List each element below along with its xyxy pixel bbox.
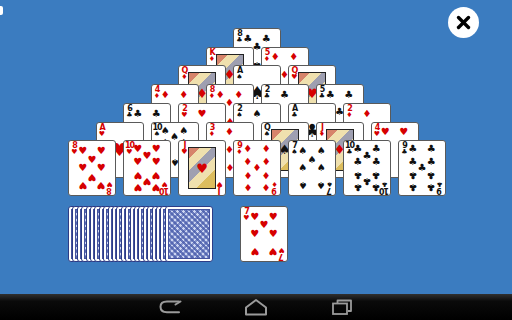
pip-C: ♣ — [353, 157, 362, 167]
pip-D: ♦ — [225, 127, 234, 137]
pip-C: ♣ — [408, 144, 417, 154]
pip-C: ♣ — [408, 157, 417, 167]
card-corner: 10♥ — [160, 180, 169, 194]
pip-D: ♦ — [243, 144, 252, 154]
pip-S: ♠ — [317, 146, 326, 156]
pip-H: ♥ — [152, 144, 161, 154]
pip-S: ♠ — [253, 109, 262, 119]
card-9D[interactable]: 9♦9♦♦♦♦♦♦♦♦♦♦ — [233, 140, 281, 196]
pip-C: ♣ — [372, 157, 381, 167]
card-corner: A♥ — [98, 124, 107, 138]
pip-H: ♥ — [269, 212, 278, 222]
pip-S: ♠ — [298, 163, 307, 173]
card-corner: 7♥ — [277, 246, 286, 260]
card-10C[interactable]: 10♣10♣♣♣♣♣♣♣♣♣♣♣ — [343, 140, 391, 196]
pip-H: ♥ — [250, 246, 259, 256]
pip-C: ♣ — [427, 182, 436, 192]
pip-D: ♦ — [363, 109, 372, 119]
pip-S: ♠ — [179, 126, 188, 136]
card-7S[interactable]: 7♠7♠♠♠♠♠♠♠♠ — [288, 140, 336, 196]
pip-C: ♣ — [427, 157, 436, 167]
card-corner: J♥ — [215, 180, 224, 194]
card-9C[interactable]: 9♣9♣♣♣♣♣♣♣♣♣♣ — [398, 140, 446, 196]
pip-C: ♣ — [427, 170, 436, 180]
pip-D: ♦ — [289, 52, 298, 62]
pip-H: ♥ — [381, 127, 390, 137]
pip-H: ♥ — [88, 172, 97, 182]
pip-S: ♠ — [317, 180, 326, 190]
pip-H: ♥ — [78, 163, 87, 173]
pip-C: ♣ — [408, 170, 417, 180]
pip-D: ♦ — [243, 170, 252, 180]
pip-D: ♦ — [262, 144, 271, 154]
pip-H: ♥ — [133, 182, 142, 192]
pip-C: ♣ — [262, 34, 271, 44]
recents-icon — [331, 298, 353, 316]
pip-C: ♣ — [418, 163, 427, 173]
face-card-art: ♥ — [188, 147, 216, 189]
pip-C: ♣ — [372, 144, 381, 154]
card-corner: 3♦ — [208, 124, 217, 138]
pip-S: ♠ — [317, 163, 326, 173]
card-corner: A♣ — [290, 105, 299, 119]
card-back-pattern — [168, 209, 210, 259]
card-7H[interactable]: 7♥7♥♥♥♥♥♥♥♥ — [240, 206, 288, 262]
pip-C: ♣ — [280, 90, 289, 100]
close-button[interactable] — [448, 7, 479, 38]
android-navbar — [0, 294, 512, 320]
pip-H: ♥ — [260, 220, 269, 230]
pip-H: ♥ — [269, 246, 278, 256]
pip-H: ♥ — [97, 146, 106, 156]
pip-D: ♦ — [253, 163, 262, 173]
pip-H: ♥ — [88, 155, 97, 165]
pip-S: ♠ — [308, 155, 317, 165]
card-corner: 2♥ — [180, 105, 189, 119]
pip-H: ♥ — [143, 151, 152, 161]
pip-D: ♦ — [243, 182, 252, 192]
pip-H: ♥ — [133, 144, 142, 154]
pip-D: ♦ — [234, 90, 243, 100]
pip-D: ♦ — [161, 90, 170, 100]
pip-C: ♣ — [363, 151, 372, 161]
pip-H: ♥ — [97, 163, 106, 173]
status-notification-dot — [0, 6, 3, 15]
pip-H: ♥ — [399, 127, 408, 137]
pip-D: ♦ — [262, 170, 271, 180]
pip-H: ♥ — [152, 182, 161, 192]
pip-C: ♣ — [344, 90, 353, 100]
pip-H: ♥ — [97, 180, 106, 190]
card-corner: 2♠ — [235, 105, 244, 119]
pip-H: ♥ — [152, 170, 161, 180]
pip-S: ♠ — [161, 126, 170, 136]
stock-card-back[interactable] — [165, 206, 213, 262]
game-table: 8♣8♣♣♣♣♣♣♣♣♣K♦K♦♦5♦5♦♦♦♦♦♦Q♦Q♦♦A♠A♠♠Q♥Q♥… — [0, 0, 512, 320]
pip-H: ♥ — [78, 146, 87, 156]
home-icon — [243, 298, 269, 316]
card-10H[interactable]: 10♥10♥♥♥♥♥♥♥♥♥♥♥ — [123, 140, 171, 196]
pip-H: ♥ — [198, 109, 207, 119]
pip-C: ♣ — [326, 90, 335, 100]
back-icon — [158, 298, 182, 316]
card-corner: 2♣ — [263, 86, 272, 100]
pip-C: ♣ — [372, 182, 381, 192]
pip-D: ♦ — [271, 52, 280, 62]
card-corner: 7♠ — [325, 180, 334, 194]
pip-C: ♣ — [152, 109, 161, 119]
pip-D: ♦ — [262, 157, 271, 167]
pip-H: ♥ — [143, 176, 152, 186]
nav-home-button[interactable] — [243, 296, 269, 318]
card-corner: 8♥ — [105, 180, 114, 194]
pip-C: ♣ — [353, 182, 362, 192]
pip-H: ♥ — [250, 212, 259, 222]
pip-C: ♣ — [353, 170, 362, 180]
pip-S: ♠ — [298, 146, 307, 156]
pip-C: ♣ — [133, 109, 142, 119]
pip-H: ♥ — [250, 229, 259, 239]
pip-D: ♦ — [262, 182, 271, 192]
pip-D: ♦ — [179, 90, 188, 100]
pip-C: ♣ — [427, 144, 436, 154]
pip-C: ♣ — [363, 176, 372, 186]
pip-H: ♥ — [78, 180, 87, 190]
card-corner: 2♦ — [345, 105, 354, 119]
pip-D: ♦ — [216, 90, 225, 100]
nav-back-button[interactable] — [157, 296, 183, 318]
card-corner: 10♣ — [380, 180, 389, 194]
pip-H: ♥ — [152, 157, 161, 167]
card-corner: 9♣ — [435, 180, 444, 194]
pip-C: ♣ — [408, 182, 417, 192]
card-corner: 9♦ — [270, 180, 279, 194]
pip-S: ♠ — [298, 180, 307, 190]
card-8H[interactable]: 8♥8♥♥♥♥♥♥♥♥♥ — [68, 140, 116, 196]
pip-C: ♣ — [353, 144, 362, 154]
pip-H: ♥ — [133, 170, 142, 180]
pip-H: ♥ — [133, 157, 142, 167]
pip-H: ♥ — [269, 229, 278, 239]
pip-C: ♣ — [372, 170, 381, 180]
close-icon — [455, 14, 472, 31]
card-JH[interactable]: J♥J♥♥ — [178, 140, 226, 196]
pip-C: ♣ — [243, 34, 252, 44]
card-corner: A♠ — [235, 67, 244, 81]
pip-D: ♦ — [243, 157, 252, 167]
nav-recents-button[interactable] — [329, 296, 355, 318]
